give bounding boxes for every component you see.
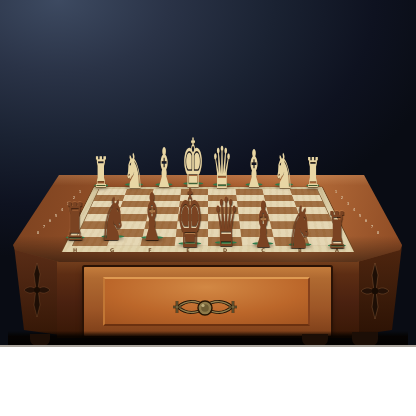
piece-black-rook-a8: ♜ [326,205,347,256]
chess-table-photo: HGFEDCBA1234567812345678 ♜♞♝♚♛♝♞♜♜♞♝♚♛♝♞… [0,0,416,416]
piece-black-knight-g8: ♞ [100,189,127,249]
piece-black-bishop-c8: ♝ [251,193,276,257]
piece-black-knight-b8: ♞ [287,198,313,257]
piece-black-queen-d8: ♛ [213,189,239,257]
piece-black-rook-h8: ♜ [64,196,85,248]
piece-white-rook-a1: ♜ [305,153,320,194]
white-floor [0,347,416,416]
table-shadow [8,331,408,346]
piece-white-knight-b1: ♞ [274,147,295,195]
piece-black-king-e8: ♚ [177,179,204,260]
piece-black-bishop-f8: ♝ [140,185,165,251]
table-leg [352,332,378,346]
